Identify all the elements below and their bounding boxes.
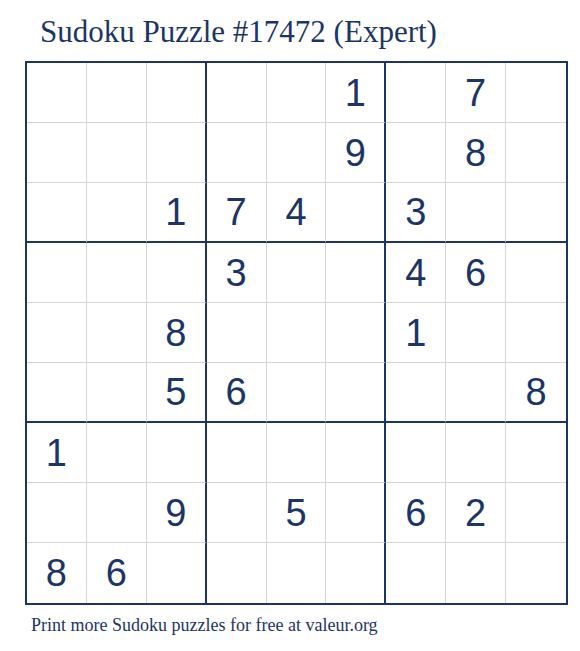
page-title: Sudoku Puzzle #17472 (Expert): [40, 14, 437, 50]
cell-r1c3[interactable]: [147, 63, 207, 123]
cell-r6c4[interactable]: 6: [207, 363, 267, 423]
cell-r4c1[interactable]: [27, 243, 87, 303]
cell-r5c5[interactable]: [267, 303, 327, 363]
cell-r3c9[interactable]: [506, 183, 566, 243]
footer-text: Print more Sudoku puzzles for free at va…: [31, 615, 378, 636]
cell-r2c4[interactable]: [207, 123, 267, 183]
cell-r1c1[interactable]: [27, 63, 87, 123]
cell-r8c2[interactable]: [87, 483, 147, 543]
cell-r4c7[interactable]: 4: [386, 243, 446, 303]
cell-r9c3[interactable]: [147, 543, 207, 603]
cell-r9c2[interactable]: 6: [87, 543, 147, 603]
cell-r4c9[interactable]: [506, 243, 566, 303]
cell-r4c3[interactable]: [147, 243, 207, 303]
sudoku-board: 17981743346815681956286: [25, 61, 568, 605]
cell-r3c3[interactable]: 1: [147, 183, 207, 243]
cell-r3c2[interactable]: [87, 183, 147, 243]
cell-r6c3[interactable]: 5: [147, 363, 207, 423]
cell-r1c4[interactable]: [207, 63, 267, 123]
cell-r5c7[interactable]: 1: [386, 303, 446, 363]
cell-r6c6[interactable]: [326, 363, 386, 423]
cell-r1c7[interactable]: [386, 63, 446, 123]
cell-r4c8[interactable]: 6: [446, 243, 506, 303]
cell-r6c7[interactable]: [386, 363, 446, 423]
cell-r5c9[interactable]: [506, 303, 566, 363]
cell-r7c6[interactable]: [326, 423, 386, 483]
cell-r7c7[interactable]: [386, 423, 446, 483]
cell-r2c3[interactable]: [147, 123, 207, 183]
cell-r2c9[interactable]: [506, 123, 566, 183]
cell-r1c5[interactable]: [267, 63, 327, 123]
cell-r3c1[interactable]: [27, 183, 87, 243]
cell-r8c9[interactable]: [506, 483, 566, 543]
cell-r9c5[interactable]: [267, 543, 327, 603]
cell-r6c1[interactable]: [27, 363, 87, 423]
cell-r4c2[interactable]: [87, 243, 147, 303]
cell-r6c9[interactable]: 8: [506, 363, 566, 423]
cell-r7c2[interactable]: [87, 423, 147, 483]
cell-r1c6[interactable]: 1: [326, 63, 386, 123]
cell-r8c3[interactable]: 9: [147, 483, 207, 543]
cell-r7c3[interactable]: [147, 423, 207, 483]
cell-r2c1[interactable]: [27, 123, 87, 183]
cell-r8c6[interactable]: [326, 483, 386, 543]
cell-r9c7[interactable]: [386, 543, 446, 603]
cell-r5c6[interactable]: [326, 303, 386, 363]
cell-r6c5[interactable]: [267, 363, 327, 423]
cell-r8c1[interactable]: [27, 483, 87, 543]
cell-r8c5[interactable]: 5: [267, 483, 327, 543]
cell-r8c7[interactable]: 6: [386, 483, 446, 543]
cell-r7c9[interactable]: [506, 423, 566, 483]
cell-r6c8[interactable]: [446, 363, 506, 423]
cell-r7c5[interactable]: [267, 423, 327, 483]
cell-r4c4[interactable]: 3: [207, 243, 267, 303]
cell-r5c2[interactable]: [87, 303, 147, 363]
cell-r9c1[interactable]: 8: [27, 543, 87, 603]
cell-r3c5[interactable]: 4: [267, 183, 327, 243]
cell-r7c4[interactable]: [207, 423, 267, 483]
cell-r2c2[interactable]: [87, 123, 147, 183]
cell-r5c8[interactable]: [446, 303, 506, 363]
cell-r5c1[interactable]: [27, 303, 87, 363]
cell-r3c6[interactable]: [326, 183, 386, 243]
cell-r7c1[interactable]: 1: [27, 423, 87, 483]
cell-r7c8[interactable]: [446, 423, 506, 483]
cell-r3c4[interactable]: 7: [207, 183, 267, 243]
cell-r4c6[interactable]: [326, 243, 386, 303]
cell-r9c8[interactable]: [446, 543, 506, 603]
cell-r2c8[interactable]: 8: [446, 123, 506, 183]
cell-r6c2[interactable]: [87, 363, 147, 423]
cell-r5c3[interactable]: 8: [147, 303, 207, 363]
cell-r4c5[interactable]: [267, 243, 327, 303]
cell-r1c8[interactable]: 7: [446, 63, 506, 123]
cell-r2c7[interactable]: [386, 123, 446, 183]
cell-r5c4[interactable]: [207, 303, 267, 363]
cell-r3c8[interactable]: [446, 183, 506, 243]
cell-r9c6[interactable]: [326, 543, 386, 603]
cell-r9c4[interactable]: [207, 543, 267, 603]
cell-r3c7[interactable]: 3: [386, 183, 446, 243]
cell-r9c9[interactable]: [506, 543, 566, 603]
cell-r8c8[interactable]: 2: [446, 483, 506, 543]
cell-r2c5[interactable]: [267, 123, 327, 183]
cell-r2c6[interactable]: 9: [326, 123, 386, 183]
cell-r1c2[interactable]: [87, 63, 147, 123]
cell-r8c4[interactable]: [207, 483, 267, 543]
cell-r1c9[interactable]: [506, 63, 566, 123]
